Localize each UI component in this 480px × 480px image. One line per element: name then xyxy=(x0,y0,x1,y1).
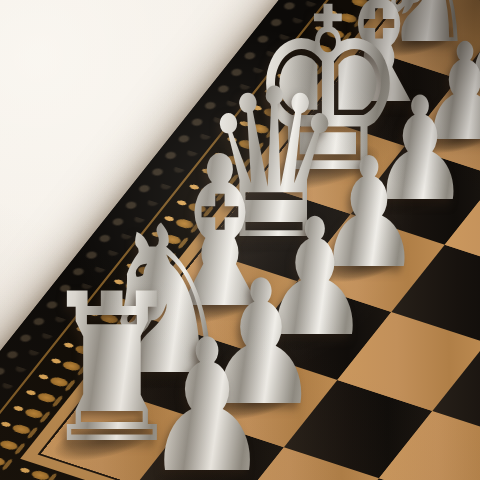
chess-piece-white-pawn: ♟ xyxy=(143,325,271,480)
pieces-layer: ♜♞♝♛♚♝♞♜♟♟♟♟♟♟♟♟ xyxy=(0,0,480,480)
photo-backdrop: ♜♞♝♛♚♝♞♜♟♟♟♟♟♟♟♟ xyxy=(0,0,480,480)
